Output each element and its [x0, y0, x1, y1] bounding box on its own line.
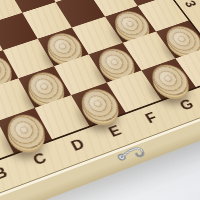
checkers-board: ABCDEFGH 87654321 [0, 0, 200, 200]
photo-background: ABCDEFGH 87654321 [0, 0, 200, 200]
perspective-wrapper: ABCDEFGH 87654321 [0, 0, 200, 200]
